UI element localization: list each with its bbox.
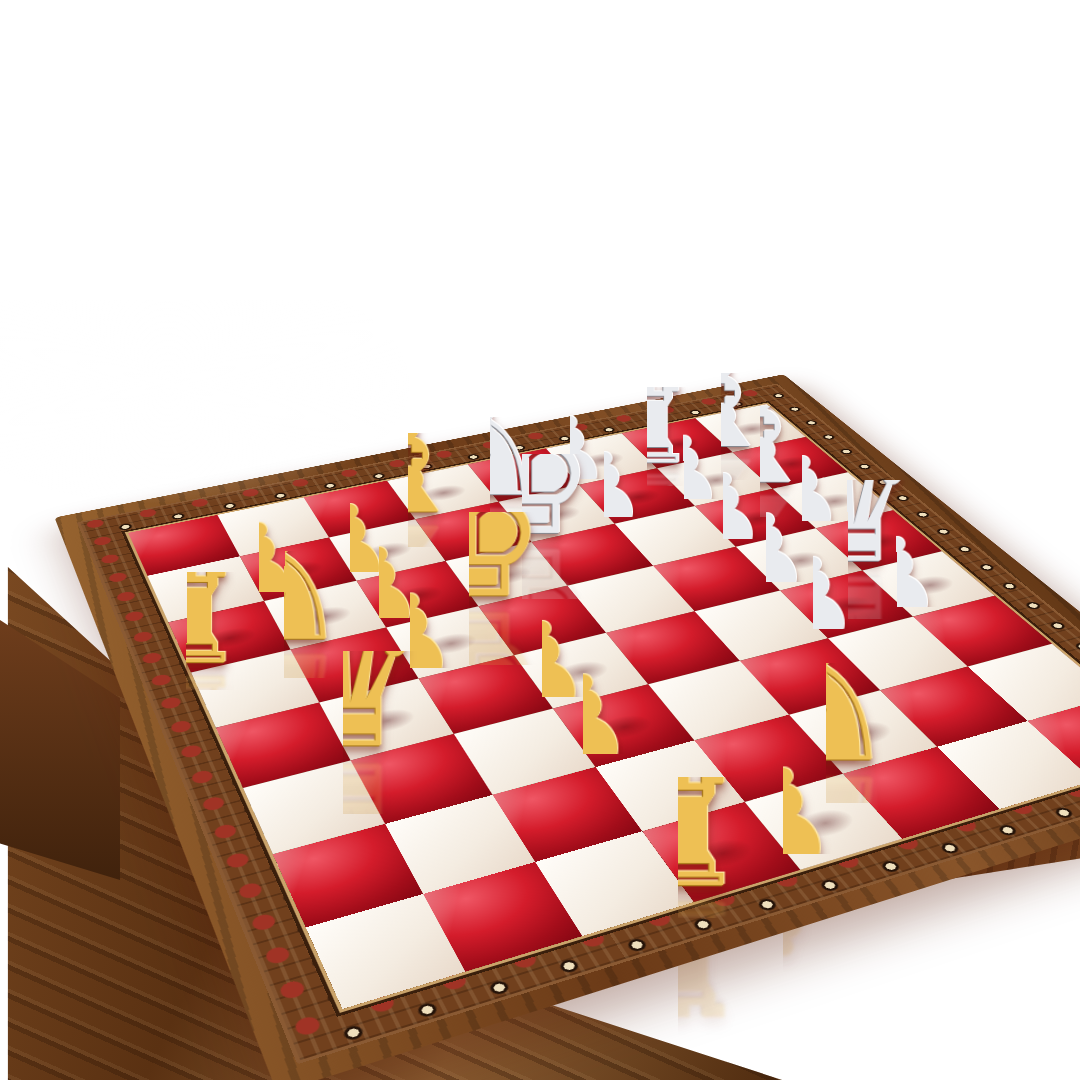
square-c4 — [419, 655, 553, 734]
square-h4: ♟ — [862, 551, 994, 616]
board-grid: ♝♞♟♜♝♟♟♚♟♟♝♜♞♟♚♟♟♟♟♛♛♟♟♟♟♞♜♟ — [128, 404, 1080, 1009]
square-e5 — [567, 566, 694, 633]
perspective-scene: ♝♞♟♜♝♟♟♚♟♟♝♜♞♟♚♟♟♟♟♛♛♟♟♟♟♞♜♟ — [0, 0, 1080, 1080]
photo-stage: ♝♞♟♜♝♟♟♚♟♟♝♜♞♟♚♟♟♟♟♛♛♟♟♟♟♞♜♟ Luxury meta… — [0, 0, 1080, 1080]
square-h5: ♛ — [816, 510, 942, 570]
square-b1 — [423, 862, 582, 972]
board-mosaic-border: ♝♞♟♜♝♟♟♚♟♟♝♜♞♟♚♟♟♟♟♛♛♟♟♟♟♞♜♟ — [77, 384, 1080, 1065]
board-wood-frame: ♝♞♟♜♝♟♟♚♟♟♝♜♞♟♚♟♟♟♟♛♛♟♟♟♟♞♜♟ — [55, 374, 1080, 1080]
chess-board: ♝♞♟♜♝♟♟♚♟♟♝♜♞♟♚♟♟♟♟♛♛♟♟♟♟♞♜♟ — [55, 374, 1080, 1080]
square-b5 — [291, 627, 419, 702]
